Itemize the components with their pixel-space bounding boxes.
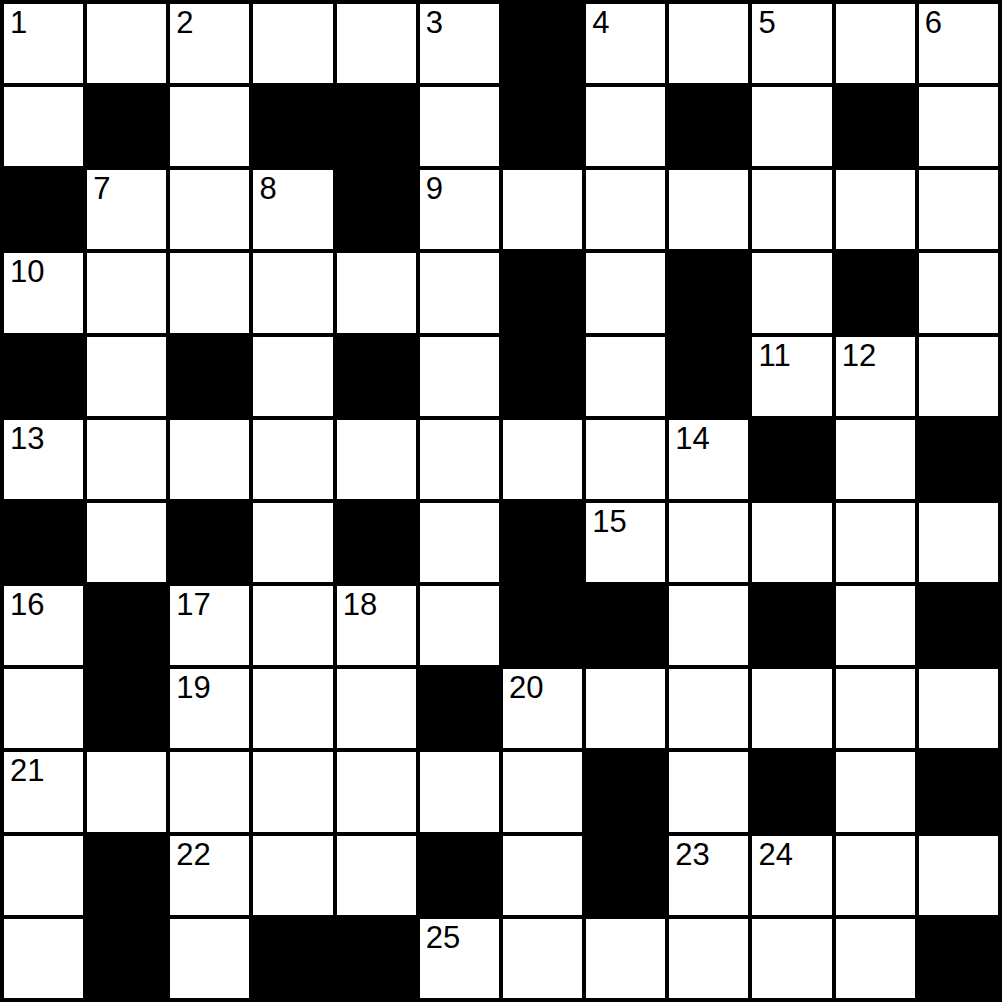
black-cell [836, 87, 915, 166]
white-cell[interactable]: 22 [170, 836, 249, 915]
clue-number: 10 [10, 254, 44, 290]
black-cell [586, 836, 665, 915]
white-cell[interactable] [253, 752, 332, 831]
black-cell [752, 420, 831, 499]
white-cell[interactable] [586, 253, 665, 332]
white-cell[interactable] [586, 87, 665, 166]
white-cell[interactable]: 23 [669, 836, 748, 915]
black-cell [919, 420, 998, 499]
white-cell[interactable] [919, 337, 998, 416]
white-cell[interactable] [337, 836, 416, 915]
clue-number: 17 [176, 587, 210, 623]
white-cell[interactable]: 10 [4, 253, 83, 332]
white-cell[interactable] [836, 503, 915, 582]
white-cell[interactable] [836, 4, 915, 83]
clue-number: 9 [426, 171, 443, 207]
white-cell[interactable] [669, 586, 748, 665]
white-cell[interactable]: 8 [253, 170, 332, 249]
black-cell [919, 919, 998, 998]
white-cell[interactable] [836, 420, 915, 499]
white-cell[interactable]: 21 [4, 752, 83, 831]
white-cell[interactable] [919, 170, 998, 249]
white-cell[interactable] [420, 87, 499, 166]
white-cell[interactable] [337, 669, 416, 748]
white-cell[interactable] [170, 752, 249, 831]
white-cell[interactable] [752, 669, 831, 748]
white-cell[interactable] [836, 170, 915, 249]
white-cell[interactable] [586, 669, 665, 748]
black-cell [253, 87, 332, 166]
white-cell[interactable] [836, 586, 915, 665]
white-cell[interactable] [253, 503, 332, 582]
white-cell[interactable] [752, 170, 831, 249]
clue-number: 8 [259, 171, 276, 207]
white-cell[interactable]: 13 [4, 420, 83, 499]
white-cell[interactable] [669, 503, 748, 582]
clue-number: 7 [93, 171, 110, 207]
white-cell[interactable]: 2 [170, 4, 249, 83]
white-cell[interactable]: 6 [919, 4, 998, 83]
black-cell [87, 87, 166, 166]
white-cell[interactable] [669, 669, 748, 748]
white-cell[interactable] [420, 420, 499, 499]
white-cell[interactable] [919, 836, 998, 915]
white-cell[interactable] [752, 87, 831, 166]
white-cell[interactable]: 25 [420, 919, 499, 998]
clue-number: 20 [509, 670, 543, 706]
white-cell[interactable] [253, 4, 332, 83]
clue-number: 2 [176, 5, 193, 41]
white-cell[interactable]: 5 [752, 4, 831, 83]
black-cell [4, 503, 83, 582]
white-cell[interactable] [586, 337, 665, 416]
clue-number: 18 [343, 587, 377, 623]
white-cell[interactable] [752, 503, 831, 582]
white-cell[interactable] [253, 836, 332, 915]
black-cell [503, 253, 582, 332]
white-cell[interactable] [669, 4, 748, 83]
white-cell[interactable] [4, 836, 83, 915]
white-cell[interactable] [752, 253, 831, 332]
white-cell[interactable] [337, 752, 416, 831]
white-cell[interactable] [253, 420, 332, 499]
white-cell[interactable]: 11 [752, 337, 831, 416]
white-cell[interactable] [836, 836, 915, 915]
clue-number: 14 [675, 421, 709, 457]
white-cell[interactable] [253, 337, 332, 416]
white-cell[interactable] [420, 586, 499, 665]
white-cell[interactable]: 12 [836, 337, 915, 416]
white-cell[interactable]: 14 [669, 420, 748, 499]
white-cell[interactable] [87, 4, 166, 83]
clue-number: 15 [592, 504, 626, 540]
black-cell [87, 669, 166, 748]
white-cell[interactable] [919, 87, 998, 166]
black-cell [4, 170, 83, 249]
white-cell[interactable]: 4 [586, 4, 665, 83]
clue-number: 24 [758, 837, 792, 873]
black-cell [503, 4, 582, 83]
clue-number: 23 [675, 837, 709, 873]
black-cell [919, 752, 998, 831]
white-cell[interactable] [836, 919, 915, 998]
black-cell [503, 87, 582, 166]
black-cell [420, 669, 499, 748]
white-cell[interactable] [170, 253, 249, 332]
white-cell[interactable]: 1 [4, 4, 83, 83]
black-cell [919, 586, 998, 665]
clue-number: 6 [925, 5, 942, 41]
black-cell [253, 919, 332, 998]
white-cell[interactable] [420, 253, 499, 332]
clue-number: 12 [842, 338, 876, 374]
white-cell[interactable] [836, 669, 915, 748]
white-cell[interactable] [87, 420, 166, 499]
white-cell[interactable] [4, 669, 83, 748]
black-cell [586, 586, 665, 665]
white-cell[interactable] [919, 253, 998, 332]
white-cell[interactable] [337, 420, 416, 499]
black-cell [337, 919, 416, 998]
white-cell[interactable] [919, 669, 998, 748]
clue-number: 22 [176, 837, 210, 873]
black-cell [337, 503, 416, 582]
clue-number: 13 [10, 421, 44, 457]
white-cell[interactable] [337, 4, 416, 83]
black-cell [170, 503, 249, 582]
clue-number: 5 [758, 5, 775, 41]
white-cell[interactable] [87, 337, 166, 416]
white-cell[interactable] [503, 420, 582, 499]
white-cell[interactable] [669, 170, 748, 249]
white-cell[interactable]: 9 [420, 170, 499, 249]
black-cell [87, 586, 166, 665]
white-cell[interactable] [919, 503, 998, 582]
white-cell[interactable] [4, 87, 83, 166]
white-cell[interactable] [337, 253, 416, 332]
white-cell[interactable] [586, 919, 665, 998]
white-cell[interactable] [87, 503, 166, 582]
white-cell[interactable] [503, 919, 582, 998]
white-cell[interactable] [170, 170, 249, 249]
black-cell [586, 752, 665, 831]
white-cell[interactable] [503, 752, 582, 831]
white-cell[interactable] [253, 253, 332, 332]
white-cell[interactable]: 20 [503, 669, 582, 748]
white-cell[interactable]: 19 [170, 669, 249, 748]
black-cell [4, 337, 83, 416]
white-cell[interactable] [420, 337, 499, 416]
white-cell[interactable] [503, 836, 582, 915]
white-cell[interactable] [586, 170, 665, 249]
black-cell [337, 170, 416, 249]
black-cell [420, 836, 499, 915]
white-cell[interactable] [669, 919, 748, 998]
white-cell[interactable] [669, 752, 748, 831]
black-cell [669, 337, 748, 416]
white-cell[interactable] [752, 919, 831, 998]
clue-number: 11 [758, 338, 790, 374]
clue-number: 21 [10, 753, 44, 789]
white-cell[interactable] [170, 420, 249, 499]
black-cell [669, 253, 748, 332]
white-cell[interactable] [420, 503, 499, 582]
white-cell[interactable]: 24 [752, 836, 831, 915]
black-cell [170, 337, 249, 416]
white-cell[interactable] [170, 87, 249, 166]
white-cell[interactable]: 3 [420, 4, 499, 83]
white-cell[interactable] [503, 170, 582, 249]
black-cell [752, 752, 831, 831]
white-cell[interactable]: 15 [586, 503, 665, 582]
clue-number: 4 [592, 5, 609, 41]
black-cell [503, 503, 582, 582]
white-cell[interactable] [586, 420, 665, 499]
white-cell[interactable] [170, 919, 249, 998]
black-cell [87, 836, 166, 915]
clue-number: 1 [10, 5, 27, 41]
black-cell [503, 586, 582, 665]
white-cell[interactable] [253, 669, 332, 748]
black-cell [337, 87, 416, 166]
black-cell [87, 919, 166, 998]
white-cell[interactable]: 17 [170, 586, 249, 665]
white-cell[interactable] [836, 752, 915, 831]
white-cell[interactable] [4, 919, 83, 998]
black-cell [337, 337, 416, 416]
crossword-board: 1234567891011121314151617181920212223242… [0, 0, 1002, 1002]
black-cell [836, 253, 915, 332]
black-cell [752, 586, 831, 665]
clue-number: 16 [10, 587, 44, 623]
white-cell[interactable]: 16 [4, 586, 83, 665]
clue-number: 25 [426, 920, 460, 956]
white-cell[interactable] [87, 253, 166, 332]
white-cell[interactable] [87, 752, 166, 831]
black-cell [503, 337, 582, 416]
white-cell[interactable]: 7 [87, 170, 166, 249]
white-cell[interactable]: 18 [337, 586, 416, 665]
black-cell [669, 87, 748, 166]
clue-number: 3 [426, 5, 443, 41]
clue-number: 19 [176, 670, 210, 706]
white-cell[interactable] [253, 586, 332, 665]
white-cell[interactable] [420, 752, 499, 831]
